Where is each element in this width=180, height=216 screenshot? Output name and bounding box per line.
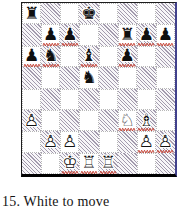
square-d6: ♝ bbox=[79, 46, 98, 67]
red-squiggle-underline bbox=[80, 170, 97, 175]
square-f2 bbox=[118, 131, 137, 152]
square-e1: ♜♖ bbox=[99, 153, 118, 174]
square-f1 bbox=[118, 153, 137, 174]
square-c4 bbox=[60, 89, 79, 110]
piece-outline-layer: ♙ bbox=[158, 133, 173, 150]
square-c8 bbox=[60, 3, 79, 24]
square-b3 bbox=[41, 110, 60, 131]
square-g1 bbox=[137, 153, 156, 174]
square-g7: ♟ bbox=[137, 24, 156, 45]
piece-outline-layer: ♙ bbox=[139, 133, 154, 150]
red-squiggle-underline bbox=[42, 63, 59, 68]
square-d8: ♚ bbox=[79, 3, 98, 24]
square-h2: ♟♙ bbox=[156, 131, 175, 152]
red-squiggle-underline bbox=[119, 127, 136, 132]
square-g6 bbox=[137, 46, 156, 67]
square-c3 bbox=[60, 110, 79, 131]
square-f4 bbox=[118, 89, 137, 110]
white-pawn: ♟♙ bbox=[60, 131, 79, 152]
square-f7: ♜ bbox=[118, 24, 137, 45]
piece-outline-layer: ♘ bbox=[120, 112, 135, 129]
piece-outline-layer: ♗ bbox=[139, 112, 154, 129]
red-squiggle-underline bbox=[80, 63, 97, 68]
square-d4 bbox=[79, 89, 98, 110]
square-a4 bbox=[22, 89, 41, 110]
piece-glyph: ♞ bbox=[43, 48, 58, 65]
red-squiggle-underline bbox=[138, 149, 155, 154]
red-squiggle-underline bbox=[119, 63, 136, 68]
square-h4 bbox=[156, 89, 175, 110]
square-d3 bbox=[79, 110, 98, 131]
square-b7: ♟ bbox=[41, 24, 60, 45]
square-d5: ♞ bbox=[79, 67, 98, 88]
square-b2: ♟♙ bbox=[41, 131, 60, 152]
square-b5 bbox=[41, 67, 60, 88]
square-c2: ♟♙ bbox=[60, 131, 79, 152]
square-b6: ♞ bbox=[41, 46, 60, 67]
piece-glyph: ♜ bbox=[120, 26, 135, 43]
square-c1: ♚♔ bbox=[60, 153, 79, 174]
piece-glyph: ♟ bbox=[62, 26, 77, 43]
red-squiggle-underline bbox=[157, 149, 174, 154]
square-d1: ♜♖ bbox=[79, 153, 98, 174]
square-a1 bbox=[22, 153, 41, 174]
red-squiggle-underline bbox=[138, 42, 155, 47]
square-h6 bbox=[156, 46, 175, 67]
piece-outline-layer: ♙ bbox=[43, 133, 58, 150]
square-g5 bbox=[137, 67, 156, 88]
square-b8 bbox=[41, 3, 60, 24]
black-rook: ♜ bbox=[22, 3, 41, 24]
square-b4 bbox=[41, 89, 60, 110]
square-f5 bbox=[118, 67, 137, 88]
square-h7: ♟ bbox=[156, 24, 175, 45]
red-squiggle-underline bbox=[42, 42, 59, 47]
square-h3 bbox=[156, 110, 175, 131]
piece-glyph: ♝ bbox=[81, 48, 96, 65]
square-e8 bbox=[99, 3, 118, 24]
square-g4 bbox=[137, 89, 156, 110]
black-knight: ♞ bbox=[79, 67, 98, 88]
square-d7 bbox=[79, 24, 98, 45]
square-g3: ♝♗ bbox=[137, 110, 156, 131]
square-a7 bbox=[22, 24, 41, 45]
white-pawn: ♟♙ bbox=[41, 131, 60, 152]
square-c7: ♟ bbox=[60, 24, 79, 45]
red-squiggle-underline bbox=[23, 63, 40, 68]
page: ♜♚♟♟♜♟♟♟♞♝♟♞♟♙♞♘♝♗♟♙♟♙♟♙♟♙♚♔♜♖♜♖ 15. Whi… bbox=[0, 0, 180, 216]
square-d2 bbox=[79, 131, 98, 152]
square-a8: ♜ bbox=[22, 3, 41, 24]
piece-outline-layer: ♔ bbox=[62, 154, 77, 171]
square-e6 bbox=[99, 46, 118, 67]
square-c5 bbox=[60, 67, 79, 88]
piece-outline-layer: ♙ bbox=[24, 112, 39, 129]
piece-glyph: ♟ bbox=[139, 26, 154, 43]
piece-glyph: ♟ bbox=[120, 48, 135, 65]
piece-outline-layer: ♖ bbox=[100, 154, 115, 171]
square-c6 bbox=[60, 46, 79, 67]
square-b1 bbox=[41, 153, 60, 174]
square-a6: ♟ bbox=[22, 46, 41, 67]
square-e4 bbox=[99, 89, 118, 110]
square-h1 bbox=[156, 153, 175, 174]
square-a3: ♟♙ bbox=[22, 110, 41, 131]
red-squiggle-underline bbox=[61, 42, 78, 47]
diagram-caption: 15. White to move bbox=[2, 194, 109, 210]
square-a5 bbox=[22, 67, 41, 88]
square-h5 bbox=[156, 67, 175, 88]
white-pawn: ♟♙ bbox=[22, 110, 41, 131]
square-h8 bbox=[156, 3, 175, 24]
piece-glyph: ♟ bbox=[24, 48, 39, 65]
red-squiggle-underline bbox=[119, 42, 136, 47]
chess-board: ♜♚♟♟♜♟♟♟♞♝♟♞♟♙♞♘♝♗♟♙♟♙♟♙♟♙♚♔♜♖♜♖ bbox=[21, 2, 177, 177]
square-f6: ♟ bbox=[118, 46, 137, 67]
piece-outline-layer: ♙ bbox=[62, 133, 77, 150]
square-e7 bbox=[99, 24, 118, 45]
red-squiggle-underline bbox=[100, 170, 117, 175]
square-f3: ♞♘ bbox=[118, 110, 137, 131]
red-squiggle-underline bbox=[138, 127, 155, 132]
square-g2: ♟♙ bbox=[137, 131, 156, 152]
piece-glyph: ♜ bbox=[24, 5, 39, 22]
piece-glyph: ♟ bbox=[43, 26, 58, 43]
piece-glyph: ♟ bbox=[158, 26, 173, 43]
square-e2 bbox=[99, 131, 118, 152]
red-squiggle-underline bbox=[61, 170, 78, 175]
piece-outline-layer: ♖ bbox=[81, 154, 96, 171]
square-f8 bbox=[118, 3, 137, 24]
piece-glyph: ♚ bbox=[81, 5, 96, 22]
red-squiggle-underline bbox=[157, 42, 174, 47]
piece-glyph: ♞ bbox=[81, 69, 96, 86]
square-g8 bbox=[137, 3, 156, 24]
black-king: ♚ bbox=[79, 3, 98, 24]
square-e5 bbox=[99, 67, 118, 88]
square-e3 bbox=[99, 110, 118, 131]
square-a2 bbox=[22, 131, 41, 152]
